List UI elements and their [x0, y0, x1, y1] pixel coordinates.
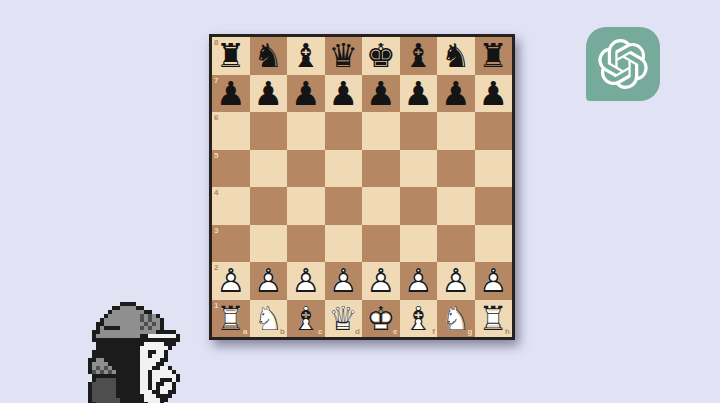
piece-white-pawn[interactable]: ♟♙	[325, 262, 363, 300]
square-h6[interactable]	[475, 112, 513, 150]
square-d2[interactable]: ♟♙	[325, 262, 363, 300]
square-a5[interactable]: 5	[212, 150, 250, 188]
square-d4[interactable]	[325, 187, 363, 225]
square-g2[interactable]: ♟♙	[437, 262, 475, 300]
piece-black-rook[interactable]: ♜	[212, 37, 250, 75]
trainer-sprite	[88, 302, 184, 403]
piece-white-bishop[interactable]: ♝♗	[287, 300, 325, 338]
square-b2[interactable]: ♟♙	[250, 262, 288, 300]
square-h1[interactable]: h♜♖	[475, 300, 513, 338]
square-b7[interactable]: ♟	[250, 75, 288, 113]
square-c3[interactable]	[287, 225, 325, 263]
square-e1[interactable]: e♚♔	[362, 300, 400, 338]
piece-white-pawn[interactable]: ♟♙	[475, 262, 513, 300]
chatgpt-logo	[586, 27, 660, 101]
square-d1[interactable]: d♛♕	[325, 300, 363, 338]
piece-black-queen[interactable]: ♛	[325, 37, 363, 75]
square-d3[interactable]	[325, 225, 363, 263]
square-f8[interactable]: ♝	[400, 37, 438, 75]
piece-white-pawn[interactable]: ♟♙	[212, 262, 250, 300]
piece-black-knight[interactable]: ♞	[437, 37, 475, 75]
square-a4[interactable]: 4	[212, 187, 250, 225]
square-e6[interactable]	[362, 112, 400, 150]
square-b4[interactable]	[250, 187, 288, 225]
piece-black-pawn[interactable]: ♟	[250, 75, 288, 113]
square-h7[interactable]: ♟	[475, 75, 513, 113]
square-b8[interactable]: ♞	[250, 37, 288, 75]
square-h4[interactable]	[475, 187, 513, 225]
square-f3[interactable]	[400, 225, 438, 263]
square-g8[interactable]: ♞	[437, 37, 475, 75]
piece-white-pawn[interactable]: ♟♙	[250, 262, 288, 300]
square-c4[interactable]	[287, 187, 325, 225]
piece-white-queen[interactable]: ♛♕	[325, 300, 363, 338]
square-h2[interactable]: ♟♙	[475, 262, 513, 300]
chess-board-frame: 8♜♞♝♛♚♝♞♜7♟♟♟♟♟♟♟♟65432♟♙♟♙♟♙♟♙♟♙♟♙♟♙♟♙1…	[209, 34, 515, 340]
square-e7[interactable]: ♟	[362, 75, 400, 113]
square-h8[interactable]: ♜	[475, 37, 513, 75]
piece-black-knight[interactable]: ♞	[250, 37, 288, 75]
piece-white-knight[interactable]: ♞♘	[437, 300, 475, 338]
square-g1[interactable]: g♞♘	[437, 300, 475, 338]
square-d7[interactable]: ♟	[325, 75, 363, 113]
square-c2[interactable]: ♟♙	[287, 262, 325, 300]
piece-black-pawn[interactable]: ♟	[287, 75, 325, 113]
square-c6[interactable]	[287, 112, 325, 150]
square-e2[interactable]: ♟♙	[362, 262, 400, 300]
piece-white-bishop[interactable]: ♝♗	[400, 300, 438, 338]
piece-black-pawn[interactable]: ♟	[437, 75, 475, 113]
square-e8[interactable]: ♚	[362, 37, 400, 75]
piece-black-pawn[interactable]: ♟	[400, 75, 438, 113]
openai-flower-icon	[598, 39, 648, 89]
square-d6[interactable]	[325, 112, 363, 150]
square-d8[interactable]: ♛	[325, 37, 363, 75]
rank-label: 5	[214, 152, 218, 160]
square-g4[interactable]	[437, 187, 475, 225]
piece-black-pawn[interactable]: ♟	[212, 75, 250, 113]
rank-label: 6	[214, 114, 218, 122]
piece-white-pawn[interactable]: ♟♙	[437, 262, 475, 300]
piece-black-pawn[interactable]: ♟	[475, 75, 513, 113]
piece-white-rook[interactable]: ♜♖	[475, 300, 513, 338]
square-f1[interactable]: f♝♗	[400, 300, 438, 338]
square-a1[interactable]: 1a♜♖	[212, 300, 250, 338]
square-a7[interactable]: 7♟	[212, 75, 250, 113]
square-e3[interactable]	[362, 225, 400, 263]
square-b1[interactable]: b♞♘	[250, 300, 288, 338]
square-g3[interactable]	[437, 225, 475, 263]
rank-label: 3	[214, 227, 218, 235]
square-b5[interactable]	[250, 150, 288, 188]
square-f6[interactable]	[400, 112, 438, 150]
piece-white-knight[interactable]: ♞♘	[250, 300, 288, 338]
square-b3[interactable]	[250, 225, 288, 263]
square-c8[interactable]: ♝	[287, 37, 325, 75]
square-e4[interactable]	[362, 187, 400, 225]
square-d5[interactable]	[325, 150, 363, 188]
square-g5[interactable]	[437, 150, 475, 188]
square-f7[interactable]: ♟	[400, 75, 438, 113]
piece-black-pawn[interactable]: ♟	[362, 75, 400, 113]
piece-white-pawn[interactable]: ♟♙	[287, 262, 325, 300]
piece-black-pawn[interactable]: ♟	[325, 75, 363, 113]
piece-white-pawn[interactable]: ♟♙	[362, 262, 400, 300]
square-c7[interactable]: ♟	[287, 75, 325, 113]
piece-black-bishop[interactable]: ♝	[400, 37, 438, 75]
square-f4[interactable]	[400, 187, 438, 225]
square-g6[interactable]	[437, 112, 475, 150]
square-h5[interactable]	[475, 150, 513, 188]
square-a6[interactable]: 6	[212, 112, 250, 150]
piece-black-king[interactable]: ♚	[362, 37, 400, 75]
square-a8[interactable]: 8♜	[212, 37, 250, 75]
square-b6[interactable]	[250, 112, 288, 150]
desktop-background: { "game": "chess", "position": { "fen": …	[0, 0, 720, 403]
piece-white-pawn[interactable]: ♟♙	[400, 262, 438, 300]
piece-black-rook[interactable]: ♜	[475, 37, 513, 75]
square-f2[interactable]: ♟♙	[400, 262, 438, 300]
square-c5[interactable]	[287, 150, 325, 188]
piece-black-bishop[interactable]: ♝	[287, 37, 325, 75]
piece-white-rook[interactable]: ♜♖	[212, 300, 250, 338]
square-f5[interactable]	[400, 150, 438, 188]
square-g7[interactable]: ♟	[437, 75, 475, 113]
square-a3[interactable]: 3	[212, 225, 250, 263]
piece-white-king[interactable]: ♚♔	[362, 300, 400, 338]
square-e5[interactable]	[362, 150, 400, 188]
square-a2[interactable]: 2♟♙	[212, 262, 250, 300]
square-c1[interactable]: c♝♗	[287, 300, 325, 338]
chess-board[interactable]: 8♜♞♝♛♚♝♞♜7♟♟♟♟♟♟♟♟65432♟♙♟♙♟♙♟♙♟♙♟♙♟♙♟♙1…	[212, 37, 512, 337]
rank-label: 4	[214, 189, 218, 197]
square-h3[interactable]	[475, 225, 513, 263]
